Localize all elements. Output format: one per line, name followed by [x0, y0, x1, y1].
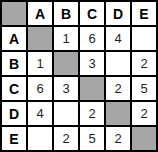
row-header-c: C: [2, 77, 26, 100]
row-header-e: E: [2, 127, 26, 150]
cell-C-D: 2: [106, 77, 130, 100]
cell-C-B: 3: [54, 77, 78, 100]
cell-A-D: 4: [106, 27, 130, 50]
column-header-c: C: [80, 2, 104, 25]
diagonal-cell-B-B: [54, 52, 78, 75]
cell-B-C: 3: [80, 52, 104, 75]
cell-E-A: [28, 127, 52, 150]
corner-cell: [2, 2, 26, 25]
cell-A-C: 6: [80, 27, 104, 50]
row-header-a: A: [2, 27, 26, 50]
diagonal-cell-D-D: [106, 102, 130, 125]
diagonal-cell-E-E: [132, 127, 156, 150]
cell-B-A: 1: [28, 52, 52, 75]
cell-C-A: 6: [28, 77, 52, 100]
column-header-b: B: [54, 2, 78, 25]
column-header-d: D: [106, 2, 130, 25]
cell-E-B: 2: [54, 127, 78, 150]
cell-D-E: 2: [132, 102, 156, 125]
row-header-b: B: [2, 52, 26, 75]
column-header-e: E: [132, 2, 156, 25]
diagonal-cell-C-C: [80, 77, 104, 100]
column-header-a: A: [28, 2, 52, 25]
cell-D-B: [54, 102, 78, 125]
distance-matrix-board: ABCDEA164B132C6325D422E252: [0, 0, 158, 152]
cell-E-C: 5: [80, 127, 104, 150]
cell-D-A: 4: [28, 102, 52, 125]
cell-E-D: 2: [106, 127, 130, 150]
cell-B-D: [106, 52, 130, 75]
row-header-d: D: [2, 102, 26, 125]
cell-B-E: 2: [132, 52, 156, 75]
cell-C-E: 5: [132, 77, 156, 100]
cell-A-B: 1: [54, 27, 78, 50]
cell-D-C: 2: [80, 102, 104, 125]
cell-A-E: [132, 27, 156, 50]
diagonal-cell-A-A: [28, 27, 52, 50]
